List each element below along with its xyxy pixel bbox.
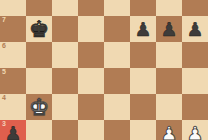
square-a4[interactable]: 4	[0, 94, 26, 120]
square-d7[interactable]	[78, 16, 104, 42]
square-h5[interactable]	[182, 68, 208, 94]
square-a8[interactable]	[0, 0, 26, 16]
rank-label-4: 4	[2, 94, 6, 102]
black-pawn[interactable]: ♟	[134, 16, 151, 42]
square-a5[interactable]: 5	[0, 68, 26, 94]
square-b4[interactable]: ♚	[26, 94, 52, 120]
square-g6[interactable]	[156, 42, 182, 68]
square-g4[interactable]	[156, 94, 182, 120]
square-g5[interactable]	[156, 68, 182, 94]
square-b6[interactable]	[26, 42, 52, 68]
square-e6[interactable]	[104, 42, 130, 68]
square-a6[interactable]: 6	[0, 42, 26, 68]
square-c5[interactable]	[52, 68, 78, 94]
square-a7[interactable]: 7	[0, 16, 26, 42]
square-h3[interactable]: ♟	[182, 120, 208, 140]
square-b7[interactable]: ♚	[26, 16, 52, 42]
board-grid: 7♚♟♟♟654♚3♟♟♟	[0, 0, 208, 140]
square-f5[interactable]	[130, 68, 156, 94]
rank-label-6: 6	[2, 42, 6, 50]
square-b5[interactable]	[26, 68, 52, 94]
square-h6[interactable]	[182, 42, 208, 68]
chess-board: 7♚♟♟♟654♚3♟♟♟	[0, 0, 208, 140]
square-d8[interactable]	[78, 0, 104, 16]
white-pawn[interactable]: ♟	[186, 120, 203, 140]
square-f6[interactable]	[130, 42, 156, 68]
square-f4[interactable]	[130, 94, 156, 120]
square-b8[interactable]	[26, 0, 52, 16]
black-pawn[interactable]: ♟	[160, 16, 177, 42]
square-a3[interactable]: 3♟	[0, 120, 26, 140]
square-h7[interactable]: ♟	[182, 16, 208, 42]
square-d3[interactable]	[78, 120, 104, 140]
square-e3[interactable]	[104, 120, 130, 140]
square-h4[interactable]	[182, 94, 208, 120]
rank-label-3: 3	[2, 120, 6, 128]
square-b3[interactable]	[26, 120, 52, 140]
square-d6[interactable]	[78, 42, 104, 68]
square-e8[interactable]	[104, 0, 130, 16]
black-king[interactable]: ♚	[29, 16, 50, 42]
square-g8[interactable]	[156, 0, 182, 16]
square-d5[interactable]	[78, 68, 104, 94]
rank-label-5: 5	[2, 68, 6, 76]
square-g7[interactable]: ♟	[156, 16, 182, 42]
black-pawn[interactable]: ♟	[4, 120, 21, 140]
rank-label-7: 7	[2, 16, 6, 24]
white-pawn[interactable]: ♟	[160, 120, 177, 140]
square-d4[interactable]	[78, 94, 104, 120]
square-c4[interactable]	[52, 94, 78, 120]
square-c6[interactable]	[52, 42, 78, 68]
square-c8[interactable]	[52, 0, 78, 16]
square-e4[interactable]	[104, 94, 130, 120]
square-c7[interactable]	[52, 16, 78, 42]
black-pawn[interactable]: ♟	[186, 16, 203, 42]
square-f8[interactable]	[130, 0, 156, 16]
square-f7[interactable]: ♟	[130, 16, 156, 42]
white-king[interactable]: ♚	[29, 94, 50, 120]
square-f3[interactable]	[130, 120, 156, 140]
square-e5[interactable]	[104, 68, 130, 94]
square-c3[interactable]	[52, 120, 78, 140]
square-g3[interactable]: ♟	[156, 120, 182, 140]
square-e7[interactable]	[104, 16, 130, 42]
square-h8[interactable]	[182, 0, 208, 16]
